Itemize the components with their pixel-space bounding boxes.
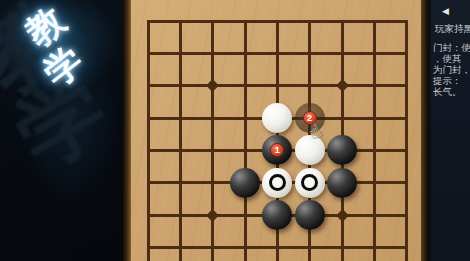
circle-marker — [269, 174, 286, 191]
board-right-edge — [421, 0, 428, 261]
star-point — [206, 209, 219, 222]
white-stone — [262, 168, 292, 198]
black-stone — [230, 168, 260, 198]
star-point — [336, 79, 349, 92]
grid-line-vertical — [179, 20, 182, 261]
circle-marker — [301, 174, 318, 191]
board-left-edge — [123, 0, 131, 261]
board-grid[interactable]: 12☝ — [148, 21, 410, 261]
star-point — [336, 209, 349, 222]
grid-line-horizontal — [147, 246, 409, 249]
move-number-badge: 1 — [270, 143, 284, 157]
back-arrow-icon[interactable]: ◀ — [442, 6, 449, 16]
lesson-player-color-text: 玩家持黑 — [435, 23, 470, 36]
white-stone — [262, 103, 292, 133]
grid-line-vertical — [405, 20, 408, 261]
lesson-panel: ◀ 玩家持黑 门封：使 ，使其 为门封， 提示： 长气。 — [430, 0, 470, 261]
grid-line-vertical — [147, 20, 150, 261]
grid-line-vertical — [244, 20, 247, 261]
grid-line-vertical — [211, 20, 214, 261]
black-stone — [327, 168, 357, 198]
black-stone — [295, 200, 325, 230]
grid-line-vertical — [373, 20, 376, 261]
go-board[interactable]: 12☝ — [123, 0, 428, 261]
tutorial-banner: 教 学 教 学 — [0, 0, 123, 261]
black-stone — [327, 135, 357, 165]
black-stone — [262, 200, 292, 230]
black-stone: 1 — [262, 135, 292, 165]
tutorial-screen: 教 学 教 学 12☝ ◀ 玩家持黑 门封：使 ，使其 为门封， 提示： 长气。 — [0, 0, 470, 261]
star-point — [206, 79, 219, 92]
white-stone — [295, 168, 325, 198]
lesson-description-text: 门封：使 ，使其 为门封， 提示： 长气。 — [433, 42, 470, 97]
